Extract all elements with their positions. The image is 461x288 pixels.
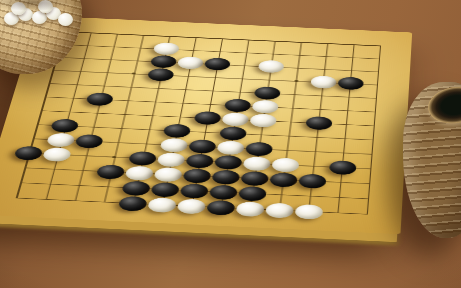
white-stone[interactable] xyxy=(294,204,324,220)
white-stone[interactable] xyxy=(41,147,72,162)
black-stone[interactable] xyxy=(162,123,192,138)
white-stone[interactable] xyxy=(221,112,250,127)
white-stone[interactable] xyxy=(242,156,272,171)
black-stone[interactable] xyxy=(150,182,181,198)
black-stone[interactable] xyxy=(205,200,236,216)
white-stone[interactable] xyxy=(249,113,278,128)
scene xyxy=(0,0,461,288)
black-stone[interactable] xyxy=(127,151,157,166)
bowl-white-stone xyxy=(38,0,53,13)
captured-white-stones xyxy=(2,0,74,24)
white-stone[interactable] xyxy=(176,198,207,214)
black-stone[interactable] xyxy=(337,76,364,90)
black-stone[interactable] xyxy=(244,142,273,157)
black-stone[interactable] xyxy=(237,186,267,202)
white-stone[interactable] xyxy=(235,201,265,217)
black-stone[interactable] xyxy=(223,98,252,112)
black-stone[interactable] xyxy=(203,57,231,71)
white-stone[interactable] xyxy=(124,165,155,181)
black-stone[interactable] xyxy=(182,168,212,184)
black-stone[interactable] xyxy=(179,183,210,199)
bowl-white-stone xyxy=(58,13,73,26)
black-stone[interactable] xyxy=(253,86,281,100)
white-stone[interactable] xyxy=(45,132,76,147)
white-stone[interactable] xyxy=(156,152,186,167)
black-stone[interactable] xyxy=(95,164,126,180)
white-stone[interactable] xyxy=(310,75,338,89)
black-stone[interactable] xyxy=(74,134,105,149)
black-stone[interactable] xyxy=(185,153,215,168)
black-stone[interactable] xyxy=(117,196,148,212)
black-stone[interactable] xyxy=(305,116,333,131)
black-stone[interactable] xyxy=(328,160,357,175)
white-stone[interactable] xyxy=(147,197,178,213)
black-stone[interactable] xyxy=(13,146,44,161)
black-stone-bowl[interactable] xyxy=(403,82,461,238)
black-stone[interactable] xyxy=(49,118,80,133)
white-stone[interactable] xyxy=(152,42,180,55)
black-stone[interactable] xyxy=(121,180,152,196)
bowl-opening xyxy=(426,83,461,127)
black-stone[interactable] xyxy=(85,92,115,106)
black-stone[interactable] xyxy=(188,139,218,154)
white-stone[interactable] xyxy=(257,60,285,74)
black-stone[interactable] xyxy=(213,155,243,170)
black-stone[interactable] xyxy=(218,126,247,141)
white-stone[interactable] xyxy=(153,167,184,183)
black-stone[interactable] xyxy=(146,68,175,82)
white-stone[interactable] xyxy=(176,56,204,70)
black-stone[interactable] xyxy=(298,173,327,189)
white-stone[interactable] xyxy=(251,100,279,114)
black-stone[interactable] xyxy=(193,111,222,126)
black-stone[interactable] xyxy=(149,55,178,69)
black-stone[interactable] xyxy=(211,169,241,185)
white-stone[interactable] xyxy=(264,202,294,218)
white-stone[interactable] xyxy=(271,157,300,172)
bowl-white-stone xyxy=(11,2,26,15)
white-stone[interactable] xyxy=(159,138,189,153)
black-stone[interactable] xyxy=(269,172,299,188)
white-stone[interactable] xyxy=(216,140,245,155)
black-stone[interactable] xyxy=(240,171,270,187)
black-stone[interactable] xyxy=(208,184,238,200)
